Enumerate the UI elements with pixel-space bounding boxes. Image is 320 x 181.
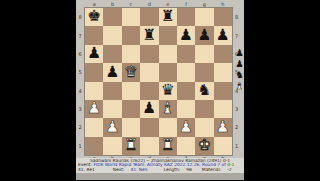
file-label-c: c — [122, 1, 140, 8]
square-e8: ♜ — [159, 8, 177, 26]
square-h7: ♟ — [214, 26, 232, 44]
move-status-line: 41. Re1 Next: 41. Ne5 Length: 98 Materia… — [78, 168, 242, 173]
length-value: 98 — [186, 168, 192, 173]
black-pawn: ♟ — [197, 27, 211, 43]
black-pawn: ♟ — [179, 27, 193, 43]
file-labels-top: abcdefgh — [85, 1, 232, 8]
square-f5 — [177, 63, 195, 81]
rank-labels-left: 87654321 — [76, 8, 84, 155]
file-label-f: f — [177, 1, 195, 8]
black-king: ♚ — [87, 9, 101, 25]
square-a1 — [85, 137, 103, 155]
square-c1: ♜ — [122, 137, 140, 155]
white-queen: ♛ — [124, 64, 138, 80]
square-h8 — [214, 8, 232, 26]
current-move: 41. Re1 — [78, 168, 95, 173]
rank-label-5: 5 — [76, 63, 84, 81]
length-label: Length: — [164, 168, 181, 173]
rank-label-8: 8 — [76, 8, 84, 26]
black-knight: ♞ — [197, 82, 211, 98]
square-b5: ♟ — [103, 63, 121, 81]
square-c6 — [122, 45, 140, 63]
bottom-gray-bar — [76, 173, 244, 181]
square-h6 — [214, 45, 232, 63]
square-c2 — [122, 118, 140, 136]
material-label: Material: — [202, 168, 221, 173]
white-pawn: ♟ — [216, 119, 230, 135]
rank-label-4: 4 — [76, 82, 84, 100]
black-queen: ♛ — [161, 82, 175, 98]
square-c7 — [122, 26, 140, 44]
file-label-a: a — [85, 1, 103, 8]
square-g4: ♞ — [195, 82, 213, 100]
square-e6 — [159, 45, 177, 63]
square-g8 — [195, 8, 213, 26]
white-bishop: ♝ — [161, 101, 175, 117]
white-rook: ♜ — [161, 138, 175, 154]
chess-board: ♚♜♜♟♟♟♟♟♛♛♞♟♟♝♟♟♟♜♜♚ — [85, 8, 232, 155]
event-name: FIDE World Rapid Team, Almaty KAZ 2022.1… — [93, 163, 225, 167]
white-pawn: ♟ — [106, 119, 120, 135]
captured-black-pawn-icon: ♟ — [235, 47, 244, 58]
black-pawn: ♟ — [87, 46, 101, 62]
square-b8 — [103, 8, 121, 26]
captured-pieces-tray: ♟♟♞♝ — [235, 47, 244, 91]
square-e2 — [159, 118, 177, 136]
square-g5 — [195, 63, 213, 81]
square-f6 — [177, 45, 195, 63]
black-rook: ♜ — [142, 27, 156, 43]
event-label: Event: — [78, 163, 93, 167]
video-frame: abcdefgh 87654321 87654321 ♚♜♜♟♟♟♟♟♛♛♞♟♟… — [0, 0, 320, 180]
square-d2 — [140, 118, 158, 136]
square-g3 — [195, 100, 213, 118]
square-g6 — [195, 45, 213, 63]
rank-label-7: 7 — [233, 26, 241, 44]
square-h1 — [214, 137, 232, 155]
white-pawn: ♟ — [87, 101, 101, 117]
square-e3: ♝ — [159, 100, 177, 118]
square-c3 — [122, 100, 140, 118]
square-d3: ♟ — [140, 100, 158, 118]
square-d7: ♜ — [140, 26, 158, 44]
square-d4 — [140, 82, 158, 100]
square-h2: ♟ — [214, 118, 232, 136]
black-pawn: ♟ — [142, 101, 156, 117]
rank-label-8: 8 — [233, 8, 241, 26]
square-a6: ♟ — [85, 45, 103, 63]
rank-label-1: 1 — [76, 137, 84, 155]
square-f4 — [177, 82, 195, 100]
square-c5: ♛ — [122, 63, 140, 81]
square-f2: ♟ — [177, 118, 195, 136]
square-h3 — [214, 100, 232, 118]
rank-label-3: 3 — [76, 100, 84, 118]
chess-gui-panel: abcdefgh 87654321 87654321 ♚♜♜♟♟♟♟♟♛♛♞♟♟… — [76, 0, 244, 180]
material-value: -2 — [227, 168, 231, 173]
file-label-b: b — [103, 1, 121, 8]
black-pawn: ♟ — [216, 27, 230, 43]
captured-black-pawn-icon: ♟ — [235, 58, 244, 69]
square-g2 — [195, 118, 213, 136]
square-a4 — [85, 82, 103, 100]
square-d5 — [140, 63, 158, 81]
black-pawn: ♟ — [106, 64, 120, 80]
square-b6 — [103, 45, 121, 63]
square-b2: ♟ — [103, 118, 121, 136]
square-a7 — [85, 26, 103, 44]
black-rook: ♜ — [161, 9, 175, 25]
file-label-d: d — [140, 1, 158, 8]
square-g1: ♚ — [195, 137, 213, 155]
captured-black-knight-icon: ♞ — [235, 69, 244, 80]
square-a8: ♚ — [85, 8, 103, 26]
square-f1 — [177, 137, 195, 155]
next-move: 41. Ne5 — [130, 168, 147, 173]
captured-white-bishop-icon: ♝ — [235, 80, 244, 91]
rank-label-7: 7 — [76, 26, 84, 44]
file-label-h: h — [214, 1, 232, 8]
file-label-e: e — [159, 1, 177, 8]
square-b3 — [103, 100, 121, 118]
square-e4: ♛ — [159, 82, 177, 100]
rank-label-6: 6 — [76, 45, 84, 63]
event-result: 0-1 — [226, 163, 235, 167]
square-b1 — [103, 137, 121, 155]
square-a2 — [85, 118, 103, 136]
white-rook: ♜ — [124, 138, 138, 154]
square-c8 — [122, 8, 140, 26]
square-d1 — [140, 137, 158, 155]
rank-label-1: 1 — [233, 137, 241, 155]
square-c4 — [122, 82, 140, 100]
rank-label-3: 3 — [233, 100, 241, 118]
white-pawn: ♟ — [179, 119, 193, 135]
square-a5 — [85, 63, 103, 81]
square-f7: ♟ — [177, 26, 195, 44]
rank-label-2: 2 — [76, 118, 84, 136]
square-f3 — [177, 100, 195, 118]
square-b7 — [103, 26, 121, 44]
square-h5 — [214, 63, 232, 81]
square-g7: ♟ — [195, 26, 213, 44]
square-a3: ♟ — [85, 100, 103, 118]
square-e1: ♜ — [159, 137, 177, 155]
white-king: ♚ — [197, 138, 211, 154]
square-e5 — [159, 63, 177, 81]
square-f8 — [177, 8, 195, 26]
square-b4 — [103, 82, 121, 100]
square-h4 — [214, 82, 232, 100]
square-d8 — [140, 8, 158, 26]
square-d6 — [140, 45, 158, 63]
square-e7 — [159, 26, 177, 44]
file-label-g: g — [195, 1, 213, 8]
rank-label-2: 2 — [233, 118, 241, 136]
next-label: Next: — [113, 168, 125, 173]
